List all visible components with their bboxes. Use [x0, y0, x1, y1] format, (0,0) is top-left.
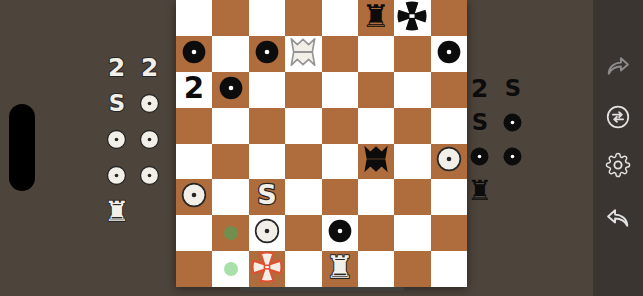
square-e6[interactable] — [322, 72, 358, 108]
svg-text:S: S — [257, 180, 277, 211]
captured-black-rook: ♜ — [463, 173, 496, 207]
svg-text:♜: ♜ — [104, 197, 129, 226]
white-pawn[interactable] — [180, 181, 209, 214]
square-g4[interactable] — [394, 144, 430, 180]
captured-white-pawn — [133, 157, 166, 193]
square-e8[interactable] — [322, 0, 358, 36]
square-g8[interactable] — [394, 0, 430, 36]
square-d1[interactable] — [285, 251, 321, 287]
square-f5[interactable] — [358, 108, 394, 144]
chess-board: ♜ 2 S ♜ — [176, 0, 467, 287]
svg-text:S: S — [108, 90, 124, 116]
black-pawn[interactable] — [216, 73, 245, 106]
square-e7[interactable] — [322, 36, 358, 72]
captured-white-rook: ♜ — [100, 193, 133, 229]
square-g1[interactable] — [394, 251, 430, 287]
black-rook[interactable]: ♜ — [360, 0, 393, 36]
square-a8[interactable] — [176, 0, 212, 36]
white-pawn[interactable] — [434, 145, 463, 178]
captured-black-pieces-tray: 2SS♜ — [463, 71, 529, 207]
black-pawn[interactable] — [180, 37, 209, 70]
square-g5[interactable] — [394, 108, 430, 144]
square-d7[interactable] — [285, 36, 321, 72]
square-b1[interactable] — [212, 251, 248, 287]
square-f3[interactable] — [358, 179, 394, 215]
square-h1[interactable] — [431, 251, 467, 287]
square-h6[interactable] — [431, 72, 467, 108]
square-g3[interactable] — [394, 179, 430, 215]
square-a3[interactable] — [176, 179, 212, 215]
square-f7[interactable] — [358, 36, 394, 72]
captured-black-bishop: S — [463, 105, 496, 139]
undo-icon — [604, 205, 632, 233]
square-d5[interactable] — [285, 108, 321, 144]
black-knight[interactable]: 2 — [178, 72, 210, 108]
device-notch — [9, 104, 35, 191]
captured-black-knight: 2 — [463, 71, 496, 105]
square-e3[interactable] — [322, 179, 358, 215]
captured-white-bishop: S — [100, 85, 133, 121]
square-c2[interactable] — [249, 215, 285, 251]
square-g7[interactable] — [394, 36, 430, 72]
square-d2[interactable] — [285, 215, 321, 251]
square-b7[interactable] — [212, 36, 248, 72]
black-pawn[interactable] — [434, 37, 463, 70]
captured-white-knight: 2 — [133, 49, 166, 85]
square-d8[interactable] — [285, 0, 321, 36]
square-d6[interactable] — [285, 72, 321, 108]
square-f8[interactable]: ♜ — [358, 0, 394, 36]
square-e2[interactable] — [322, 215, 358, 251]
captured-black-pawn — [463, 139, 496, 173]
home-indicator[interactable] — [240, 287, 404, 291]
flip-board-icon — [604, 103, 632, 131]
square-h2[interactable] — [431, 215, 467, 251]
app-screen: ♜ 2 S ♜ 22S♜ 2SS♜ — [0, 0, 643, 296]
square-g2[interactable] — [394, 215, 430, 251]
square-c1[interactable] — [249, 251, 285, 287]
square-h4[interactable] — [431, 144, 467, 180]
share-icon — [604, 53, 632, 81]
captured-white-pawn — [100, 157, 133, 193]
captured-white-pawn — [133, 85, 166, 121]
square-c3[interactable]: S — [249, 179, 285, 215]
captured-black-pawn — [496, 105, 529, 139]
share-button[interactable] — [604, 53, 632, 81]
square-a2[interactable] — [176, 215, 212, 251]
square-a4[interactable] — [176, 144, 212, 180]
square-e5[interactable] — [322, 108, 358, 144]
svg-text:S: S — [471, 109, 487, 135]
square-h5[interactable] — [431, 108, 467, 144]
square-b4[interactable] — [212, 144, 248, 180]
flip-board-button[interactable] — [604, 103, 632, 131]
undo-button[interactable] — [604, 205, 632, 233]
square-c5[interactable] — [249, 108, 285, 144]
captured-black-pawn — [496, 139, 529, 173]
captured-white-pawn — [133, 121, 166, 157]
svg-text:♜: ♜ — [326, 251, 354, 284]
square-b8[interactable] — [212, 0, 248, 36]
legal-move-dot-b1[interactable] — [224, 262, 238, 276]
square-f4[interactable] — [358, 144, 394, 180]
svg-text:2: 2 — [108, 54, 125, 81]
captured-black-bishop: S — [496, 71, 529, 105]
square-f1[interactable] — [358, 251, 394, 287]
square-c8[interactable] — [249, 0, 285, 36]
square-b5[interactable] — [212, 108, 248, 144]
black-pawn[interactable] — [325, 217, 354, 250]
settings-icon — [604, 151, 632, 179]
square-d4[interactable] — [285, 144, 321, 180]
square-g6[interactable] — [394, 72, 430, 108]
square-h3[interactable] — [431, 179, 467, 215]
square-c7[interactable] — [249, 36, 285, 72]
square-a5[interactable] — [176, 108, 212, 144]
black-pawn[interactable] — [252, 37, 281, 70]
captured-white-knight: 2 — [100, 49, 133, 85]
tray-empty-cell — [496, 173, 529, 207]
square-a7[interactable] — [176, 36, 212, 72]
square-b6[interactable] — [212, 72, 248, 108]
square-a1[interactable] — [176, 251, 212, 287]
square-f2[interactable] — [358, 215, 394, 251]
square-c4[interactable] — [249, 144, 285, 180]
captured-white-pawn — [100, 121, 133, 157]
square-c6[interactable] — [249, 72, 285, 108]
square-f6[interactable] — [358, 72, 394, 108]
settings-button[interactable] — [604, 151, 632, 179]
black-queen[interactable] — [360, 143, 393, 180]
svg-text:S: S — [504, 75, 520, 101]
square-b3[interactable] — [212, 179, 248, 215]
white-rook[interactable]: ♜ — [323, 251, 356, 288]
legal-move-dot-b2[interactable] — [224, 226, 238, 240]
svg-text:♜: ♜ — [362, 0, 390, 32]
square-h8[interactable] — [431, 0, 467, 36]
square-e1[interactable]: ♜ — [322, 251, 358, 287]
square-d3[interactable] — [285, 179, 321, 215]
square-a6[interactable]: 2 — [176, 72, 212, 108]
white-queen[interactable] — [287, 35, 320, 72]
svg-text:2: 2 — [471, 75, 488, 102]
captured-white-pieces-tray: 22S♜ — [100, 49, 166, 229]
white-bishop[interactable]: S — [251, 180, 282, 215]
square-h7[interactable] — [431, 36, 467, 72]
square-b2[interactable] — [212, 215, 248, 251]
svg-text:♜: ♜ — [467, 176, 492, 205]
svg-text:2: 2 — [141, 54, 158, 81]
toolbar-panel — [593, 0, 643, 296]
black-king[interactable] — [395, 0, 429, 37]
tray-empty-cell — [133, 193, 166, 229]
square-e4[interactable] — [322, 144, 358, 180]
white-king-in-check[interactable] — [250, 250, 284, 288]
white-pawn[interactable] — [252, 217, 281, 250]
svg-text:2: 2 — [184, 72, 204, 104]
